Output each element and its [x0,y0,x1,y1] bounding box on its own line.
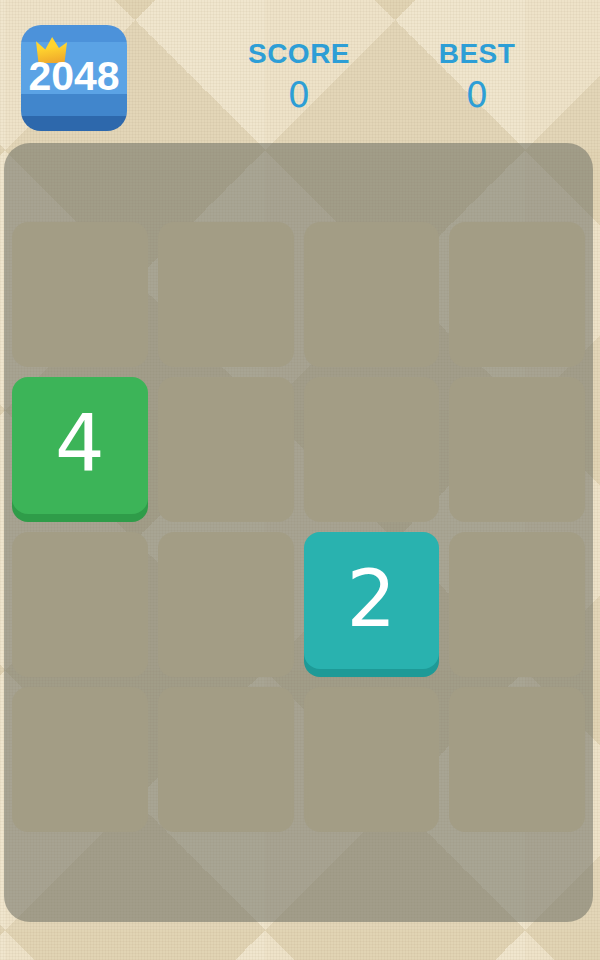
board-cell-r0c2 [304,222,440,367]
board-grid: 42 [12,222,585,832]
score-panel: SCORE 0 [229,40,369,113]
score-value: 0 [229,78,369,113]
best-panel: BEST 0 [407,40,547,113]
board-cell-r1c0: 4 [12,377,148,522]
board-cell-r1c2 [304,377,440,522]
board-cell-r1c1 [158,377,294,522]
board-cell-r0c3 [449,222,585,367]
board-cell-r0c1 [158,222,294,367]
tile-4: 4 [12,377,148,514]
board-cell-r3c1 [158,687,294,832]
board-cell-r1c3 [449,377,585,522]
board-cell-r0c0 [12,222,148,367]
board-cell-r2c2: 2 [304,532,440,677]
tile-value: 2 [347,560,397,638]
game-board[interactable]: 42 [4,143,593,922]
board-cell-r3c3 [449,687,585,832]
best-value: 0 [407,78,547,113]
app-icon-band-top [21,25,127,42]
tile-value: 4 [55,405,105,483]
app-icon-band-bevel [21,116,127,131]
best-label: BEST [407,40,547,68]
board-cell-r3c2 [304,687,440,832]
tile-2: 2 [304,532,440,669]
score-label: SCORE [229,40,369,68]
app-icon: 2048 [21,25,127,131]
board-cell-r2c1 [158,532,294,677]
board-cell-r2c3 [449,532,585,677]
board-cell-r3c0 [12,687,148,832]
board-cell-r2c0 [12,532,148,677]
app-icon-label: 2048 [21,56,127,97]
